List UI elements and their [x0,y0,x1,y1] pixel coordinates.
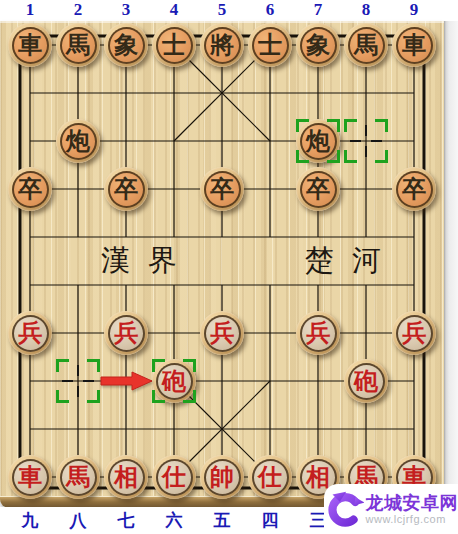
piece-black-soldier[interactable]: 卒 [296,167,340,211]
piece-black-general[interactable]: 將 [200,23,244,67]
watermark-title: 龙城安卓网 [366,493,458,513]
watermark: 龙城安卓网 www.lcjrfg.com [324,484,458,534]
piece-black-cannon[interactable]: 炮 [56,119,100,163]
piece-glyph: 帥 [210,465,234,489]
piece-disc: 車 [12,27,49,64]
piece-glyph: 象 [306,33,330,57]
piece-black-soldier[interactable]: 卒 [8,167,52,211]
piece-disc: 卒 [12,171,49,208]
crosshair-cursor [62,365,94,397]
piece-disc: 兵 [108,315,145,352]
piece-glyph: 卒 [306,177,330,201]
piece-glyph: 相 [306,465,330,489]
selection-bracket [296,119,340,163]
piece-black-soldier[interactable]: 卒 [392,167,436,211]
coordinate-label: 4 [170,0,179,20]
piece-glyph: 馬 [354,33,378,57]
coordinate-label: 9 [410,0,419,20]
piece-glyph: 兵 [210,321,234,345]
piece-red-soldier[interactable]: 兵 [296,311,340,355]
piece-disc: 帥 [204,459,241,496]
piece-disc: 相 [108,459,145,496]
coordinate-label: 五 [214,511,231,531]
xiangqi-board[interactable]: 漢界 楚河 車馬象士將士象馬車炮炮卒卒卒卒卒兵兵兵兵兵砲砲車馬相仕帥仕相馬車 [0,21,444,508]
piece-glyph: 車 [18,33,42,57]
piece-red-soldier[interactable]: 兵 [200,311,244,355]
piece-red-cannon[interactable]: 砲 [344,359,388,403]
piece-disc: 馬 [60,459,97,496]
piece-disc: 兵 [396,315,433,352]
coordinate-label: 1 [26,0,35,20]
piece-glyph: 兵 [114,321,138,345]
piece-disc: 卒 [204,171,241,208]
piece-disc: 士 [252,27,289,64]
piece-black-soldier[interactable]: 卒 [104,167,148,211]
piece-glyph: 砲 [354,369,378,393]
piece-glyph: 兵 [18,321,42,345]
watermark-url: www.lcjrfg.com [366,513,458,526]
coordinate-label: 7 [314,0,323,20]
piece-disc: 卒 [300,171,337,208]
piece-black-advisor[interactable]: 士 [152,23,196,67]
piece-glyph: 卒 [210,177,234,201]
piece-glyph: 將 [210,33,234,57]
coordinate-label: 2 [74,0,83,20]
piece-glyph: 兵 [402,321,426,345]
river-label-left: 漢界 [101,241,195,281]
piece-glyph: 炮 [66,129,90,153]
piece-disc: 士 [156,27,193,64]
selection-bracket [152,359,196,403]
piece-glyph: 馬 [66,33,90,57]
window-edge-strip [444,21,458,508]
river-label-right: 楚河 [305,241,399,281]
move-arrow [99,367,154,395]
piece-red-chariot[interactable]: 車 [8,455,52,499]
piece-glyph: 象 [114,33,138,57]
piece-red-soldier[interactable]: 兵 [8,311,52,355]
piece-black-elephant[interactable]: 象 [104,23,148,67]
piece-disc: 卒 [108,171,145,208]
piece-glyph: 相 [114,465,138,489]
coordinate-label: 六 [166,511,183,531]
coordinate-label: 七 [118,511,135,531]
piece-glyph: 士 [258,33,282,57]
coordinate-label: 6 [266,0,275,20]
piece-black-chariot[interactable]: 車 [8,23,52,67]
piece-red-advisor[interactable]: 仕 [248,455,292,499]
piece-disc: 象 [108,27,145,64]
piece-disc: 兵 [204,315,241,352]
piece-red-elephant[interactable]: 相 [104,455,148,499]
piece-glyph: 仕 [258,465,282,489]
xiangqi-app-window: 123456789 漢界 楚河 車馬象士將士象馬車炮炮卒卒卒卒卒兵兵兵兵兵砲砲車… [0,0,458,534]
top-coordinate-strip: 123456789 [0,0,458,21]
crosshair-cursor [350,125,382,157]
piece-disc: 象 [300,27,337,64]
piece-red-soldier[interactable]: 兵 [104,311,148,355]
piece-red-horse[interactable]: 馬 [56,455,100,499]
piece-disc: 馬 [348,27,385,64]
piece-black-advisor[interactable]: 士 [248,23,292,67]
piece-glyph: 車 [18,465,42,489]
coordinate-label: 8 [362,0,371,20]
piece-glyph: 卒 [114,177,138,201]
piece-black-horse[interactable]: 馬 [56,23,100,67]
piece-disc: 炮 [60,123,97,160]
piece-black-elephant[interactable]: 象 [296,23,340,67]
piece-disc: 砲 [348,363,385,400]
coordinate-label: 3 [122,0,131,20]
piece-black-horse[interactable]: 馬 [344,23,388,67]
piece-glyph: 馬 [66,465,90,489]
piece-red-advisor[interactable]: 仕 [152,455,196,499]
piece-disc: 仕 [156,459,193,496]
piece-red-soldier[interactable]: 兵 [392,311,436,355]
piece-glyph: 兵 [306,321,330,345]
piece-glyph: 士 [162,33,186,57]
piece-glyph: 仕 [162,465,186,489]
piece-disc: 將 [204,27,241,64]
coordinate-label: 九 [22,511,39,531]
piece-disc: 兵 [300,315,337,352]
piece-glyph: 卒 [402,177,426,201]
piece-disc: 馬 [60,27,97,64]
coordinate-label: 5 [218,0,227,20]
piece-disc: 車 [12,459,49,496]
coordinate-label: 八 [70,511,87,531]
piece-glyph: 車 [402,33,426,57]
piece-red-general[interactable]: 帥 [200,455,244,499]
coordinate-label: 四 [262,511,279,531]
piece-black-soldier[interactable]: 卒 [200,167,244,211]
piece-disc: 兵 [12,315,49,352]
piece-disc: 車 [396,27,433,64]
piece-black-chariot[interactable]: 車 [392,23,436,67]
piece-disc: 卒 [396,171,433,208]
piece-disc: 仕 [252,459,289,496]
piece-glyph: 卒 [18,177,42,201]
dragon-logo-icon [327,490,364,528]
